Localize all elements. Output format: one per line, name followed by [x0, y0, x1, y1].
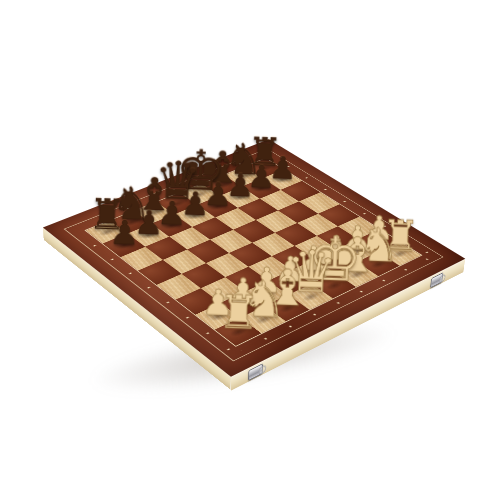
folding-chess-board: ♜♞♝♛♚♝♞♜♟♟♟♟♟♟♟♟♟♟♟♟♟♟♟♟♜♞♝♛♚♝♞♜	[43, 139, 465, 376]
board-frame: ♜♞♝♛♚♝♞♜♟♟♟♟♟♟♟♟♟♟♟♟♟♟♟♟♜♞♝♛♚♝♞♜	[43, 139, 465, 376]
black-pawn-glyph: ♟	[157, 196, 187, 230]
square-d6	[192, 217, 233, 240]
square-e6	[215, 208, 256, 230]
white-rook-glyph: ♜	[217, 289, 260, 336]
black-rook-glyph: ♜	[247, 132, 283, 172]
black-pawn-glyph: ♟	[203, 178, 233, 211]
square-g5	[278, 201, 319, 223]
square-h5	[299, 192, 339, 213]
square-h6	[281, 181, 321, 202]
black-pawn-glyph: ♟	[109, 215, 140, 249]
black-pawn-glyph: ♟	[268, 152, 297, 184]
square-d7: ♟	[174, 205, 215, 227]
metal-clasp	[248, 363, 263, 381]
metal-clasp	[430, 272, 443, 288]
black-pawn-glyph: ♟	[247, 160, 276, 192]
frame-screw-dots-top	[79, 154, 263, 228]
black-bishop-glyph: ♝	[202, 145, 242, 190]
square-h7: ♟	[263, 169, 302, 189]
white-background: { "game": "chess", "position": "rnbqkbnr…	[0, 0, 500, 500]
square-f7: ♟	[219, 187, 259, 208]
square-f6	[237, 199, 277, 221]
square-h8: ♜	[245, 158, 284, 178]
black-bishop-glyph: ♝	[134, 171, 176, 217]
square-e7: ♟	[197, 196, 237, 217]
square-e5	[233, 220, 274, 243]
square-g6	[259, 190, 299, 211]
square-d8: ♛	[157, 193, 197, 214]
black-knight-glyph: ♞	[224, 137, 264, 181]
black-king-glyph: ♚	[175, 142, 226, 199]
square-f5	[256, 211, 297, 233]
chess-set-scene: ♜♞♝♛♚♝♞♜♟♟♟♟♟♟♟♟♟♟♟♟♟♟♟♟♜♞♝♛♚♝♞♜	[0, 0, 500, 500]
square-c7: ♟	[151, 214, 192, 236]
square-f8: ♝	[202, 175, 241, 195]
square-e8: ♚	[180, 184, 220, 205]
black-queen-glyph: ♛	[154, 154, 202, 208]
square-g7: ♟	[241, 178, 280, 199]
scene-tilt: ♜♞♝♛♚♝♞♜♟♟♟♟♟♟♟♟♟♟♟♟♟♟♟♟♜♞♝♛♚♝♞♜	[0, 0, 500, 500]
black-pawn-glyph: ♟	[225, 169, 254, 201]
black-pawn-glyph: ♟	[180, 187, 210, 220]
square-g8: ♞	[224, 167, 263, 187]
